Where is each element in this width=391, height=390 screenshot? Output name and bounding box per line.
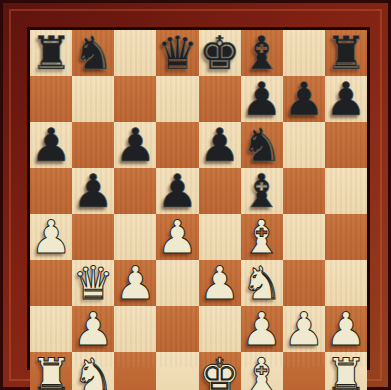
piece-white-king[interactable]: ♚	[199, 352, 240, 390]
piece-white-pawn[interactable]: ♟	[115, 260, 156, 306]
piece-white-knight[interactable]: ♞	[73, 352, 114, 390]
piece-white-bishop[interactable]: ♝	[241, 352, 282, 390]
square-b7[interactable]	[72, 76, 114, 122]
square-f8[interactable]: ♝	[241, 30, 283, 76]
square-c5[interactable]	[114, 168, 156, 214]
square-b6[interactable]	[72, 122, 114, 168]
square-a2[interactable]	[30, 306, 72, 352]
piece-black-rook[interactable]: ♜	[325, 30, 366, 76]
square-f5[interactable]: ♝	[241, 168, 283, 214]
square-c3[interactable]: ♟	[114, 260, 156, 306]
square-d2[interactable]	[156, 306, 198, 352]
square-g5[interactable]	[283, 168, 325, 214]
board-frame: ♜♞♛♚♝♜♟♟♟♟♟♟♞♟♟♝♟♟♝♛♟♟♞♟♟♟♟♜♞♚♝♜	[0, 0, 391, 390]
piece-black-pawn[interactable]: ♟	[73, 168, 114, 214]
square-a8[interactable]: ♜	[30, 30, 72, 76]
piece-black-bishop[interactable]: ♝	[241, 30, 282, 76]
piece-white-bishop[interactable]: ♝	[241, 214, 282, 260]
square-d4[interactable]: ♟	[156, 214, 198, 260]
square-d5[interactable]: ♟	[156, 168, 198, 214]
square-f7[interactable]: ♟	[241, 76, 283, 122]
piece-black-pawn[interactable]: ♟	[241, 76, 282, 122]
square-c1[interactable]	[114, 352, 156, 390]
piece-black-knight[interactable]: ♞	[241, 122, 282, 168]
square-e4[interactable]	[199, 214, 241, 260]
square-g3[interactable]	[283, 260, 325, 306]
square-b4[interactable]	[72, 214, 114, 260]
piece-white-rook[interactable]: ♜	[30, 352, 71, 390]
square-a5[interactable]	[30, 168, 72, 214]
square-h4[interactable]	[325, 214, 367, 260]
chess-board: ♜♞♛♚♝♜♟♟♟♟♟♟♞♟♟♝♟♟♝♛♟♟♞♟♟♟♟♜♞♚♝♜	[27, 27, 370, 370]
square-d3[interactable]	[156, 260, 198, 306]
piece-black-pawn[interactable]: ♟	[30, 122, 71, 168]
square-e1[interactable]: ♚	[199, 352, 241, 390]
square-f1[interactable]: ♝	[241, 352, 283, 390]
square-f2[interactable]: ♟	[241, 306, 283, 352]
piece-black-queen[interactable]: ♛	[157, 30, 198, 76]
piece-white-pawn[interactable]: ♟	[30, 214, 71, 260]
square-h7[interactable]: ♟	[325, 76, 367, 122]
piece-white-pawn[interactable]: ♟	[325, 306, 366, 352]
square-h3[interactable]	[325, 260, 367, 306]
piece-black-bishop[interactable]: ♝	[241, 168, 282, 214]
square-f4[interactable]: ♝	[241, 214, 283, 260]
piece-white-pawn[interactable]: ♟	[199, 260, 240, 306]
piece-black-pawn[interactable]: ♟	[115, 122, 156, 168]
piece-black-knight[interactable]: ♞	[73, 30, 114, 76]
square-a7[interactable]	[30, 76, 72, 122]
square-a6[interactable]: ♟	[30, 122, 72, 168]
piece-white-pawn[interactable]: ♟	[283, 306, 324, 352]
square-g7[interactable]: ♟	[283, 76, 325, 122]
square-c2[interactable]	[114, 306, 156, 352]
square-f3[interactable]: ♞	[241, 260, 283, 306]
square-c4[interactable]	[114, 214, 156, 260]
square-b8[interactable]: ♞	[72, 30, 114, 76]
square-h1[interactable]: ♜	[325, 352, 367, 390]
piece-black-pawn[interactable]: ♟	[199, 122, 240, 168]
square-a3[interactable]	[30, 260, 72, 306]
square-h5[interactable]	[325, 168, 367, 214]
square-d1[interactable]	[156, 352, 198, 390]
piece-white-queen[interactable]: ♛	[73, 260, 114, 306]
square-c8[interactable]	[114, 30, 156, 76]
piece-black-rook[interactable]: ♜	[30, 30, 71, 76]
square-g8[interactable]	[283, 30, 325, 76]
square-g1[interactable]	[283, 352, 325, 390]
piece-black-pawn[interactable]: ♟	[325, 76, 366, 122]
square-a4[interactable]: ♟	[30, 214, 72, 260]
square-d6[interactable]	[156, 122, 198, 168]
square-g4[interactable]	[283, 214, 325, 260]
square-a1[interactable]: ♜	[30, 352, 72, 390]
square-e6[interactable]: ♟	[199, 122, 241, 168]
square-g2[interactable]: ♟	[283, 306, 325, 352]
square-e7[interactable]	[199, 76, 241, 122]
piece-white-pawn[interactable]: ♟	[157, 214, 198, 260]
square-b3[interactable]: ♛	[72, 260, 114, 306]
piece-white-pawn[interactable]: ♟	[241, 306, 282, 352]
square-e5[interactable]	[199, 168, 241, 214]
square-h6[interactable]	[325, 122, 367, 168]
piece-black-pawn[interactable]: ♟	[283, 76, 324, 122]
square-c6[interactable]: ♟	[114, 122, 156, 168]
piece-white-knight[interactable]: ♞	[241, 260, 282, 306]
piece-black-king[interactable]: ♚	[199, 30, 240, 76]
square-b5[interactable]: ♟	[72, 168, 114, 214]
square-b1[interactable]: ♞	[72, 352, 114, 390]
square-e3[interactable]: ♟	[199, 260, 241, 306]
square-e2[interactable]	[199, 306, 241, 352]
square-c7[interactable]	[114, 76, 156, 122]
square-g6[interactable]	[283, 122, 325, 168]
square-b2[interactable]: ♟	[72, 306, 114, 352]
square-f6[interactable]: ♞	[241, 122, 283, 168]
piece-white-pawn[interactable]: ♟	[73, 306, 114, 352]
square-d8[interactable]: ♛	[156, 30, 198, 76]
piece-black-pawn[interactable]: ♟	[157, 168, 198, 214]
square-h8[interactable]: ♜	[325, 30, 367, 76]
square-h2[interactable]: ♟	[325, 306, 367, 352]
square-d7[interactable]	[156, 76, 198, 122]
square-e8[interactable]: ♚	[199, 30, 241, 76]
piece-white-rook[interactable]: ♜	[325, 352, 366, 390]
